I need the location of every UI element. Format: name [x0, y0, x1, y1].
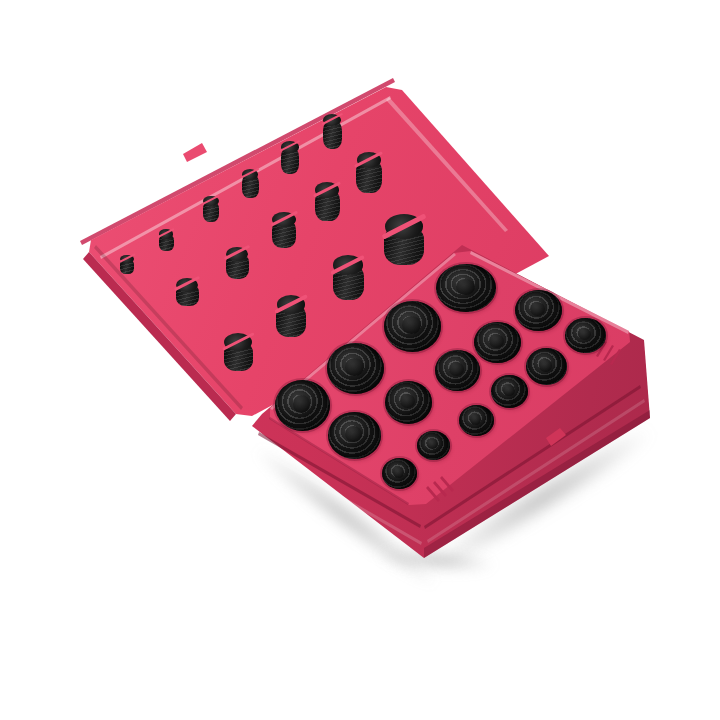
oring-well-9 [491, 375, 528, 408]
oring-well-sheen [327, 343, 384, 394]
oring-well-sheen [384, 301, 441, 352]
oring-well-10 [275, 380, 330, 431]
oring-well-6 [526, 348, 567, 385]
oring-well-sheen [491, 375, 528, 408]
oring-well-11 [385, 381, 432, 424]
oring-well-sheen [275, 380, 330, 431]
oring-well-sheen [435, 350, 480, 391]
oring-well-14 [417, 431, 450, 460]
oring-kit-product-photo [0, 0, 720, 720]
oring-well-13 [328, 412, 381, 459]
oring-well-sheen [417, 431, 450, 460]
oring-well-5 [474, 322, 521, 363]
oring-well-sheen [526, 348, 567, 385]
oring-well-sheen [459, 405, 494, 436]
oring-well-12 [459, 405, 494, 436]
oring-well-sheen [436, 264, 496, 312]
oring-well-sheen [328, 412, 381, 459]
oring-well-3 [565, 318, 606, 353]
oring-well-7 [327, 343, 384, 394]
oring-well-4 [384, 301, 441, 352]
oring-well-8 [435, 350, 480, 391]
oring-well-sheen [515, 290, 562, 331]
oring-well-sheen [565, 318, 606, 353]
oring-well-sheen [385, 381, 432, 424]
oring-well-2 [515, 290, 562, 331]
oring-well-1 [436, 264, 496, 312]
oring-well-sheen [474, 322, 521, 363]
tray-wells-layer [0, 0, 720, 720]
oring-well-15 [382, 458, 417, 489]
oring-well-sheen [382, 458, 417, 489]
